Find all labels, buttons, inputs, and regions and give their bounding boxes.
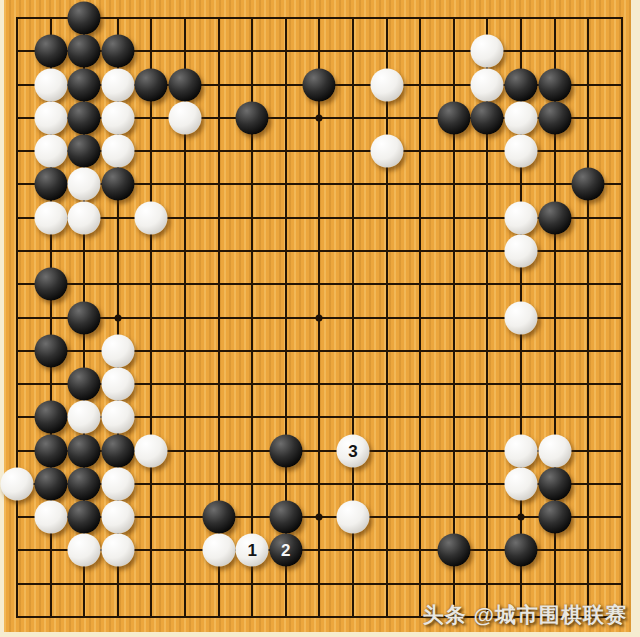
black-stone[interactable]	[34, 334, 67, 367]
grid-line-vertical	[419, 17, 421, 618]
black-stone[interactable]	[471, 101, 504, 134]
white-stone[interactable]	[101, 401, 134, 434]
black-stone[interactable]	[101, 434, 134, 467]
white-stone[interactable]	[101, 101, 134, 134]
black-stone[interactable]	[538, 201, 571, 234]
black-stone[interactable]	[68, 2, 101, 35]
black-stone[interactable]	[572, 168, 605, 201]
star-point	[316, 314, 323, 321]
black-stone[interactable]	[269, 434, 302, 467]
black-stone[interactable]	[68, 434, 101, 467]
white-stone[interactable]	[34, 201, 67, 234]
white-stone[interactable]	[505, 301, 538, 334]
black-stone[interactable]	[34, 35, 67, 68]
black-stone[interactable]	[169, 68, 202, 101]
black-stone[interactable]	[101, 35, 134, 68]
white-stone[interactable]	[101, 135, 134, 168]
grid-line-vertical	[587, 17, 589, 618]
black-stone[interactable]	[538, 101, 571, 134]
black-stone[interactable]	[68, 68, 101, 101]
white-stone[interactable]	[169, 101, 202, 134]
move-number-label: 1	[247, 542, 256, 559]
black-stone[interactable]	[202, 501, 235, 534]
black-stone[interactable]	[505, 534, 538, 567]
grid-line-vertical	[386, 17, 388, 618]
black-stone-move-2[interactable]: 2	[269, 534, 302, 567]
white-stone[interactable]	[505, 101, 538, 134]
black-stone[interactable]	[437, 534, 470, 567]
white-stone[interactable]	[135, 434, 168, 467]
white-stone[interactable]	[505, 467, 538, 500]
grid-line-vertical	[621, 17, 623, 618]
white-stone[interactable]	[101, 501, 134, 534]
star-point	[316, 114, 323, 121]
white-stone[interactable]	[538, 434, 571, 467]
white-stone[interactable]	[34, 135, 67, 168]
white-stone[interactable]	[471, 35, 504, 68]
black-stone[interactable]	[68, 135, 101, 168]
white-stone[interactable]	[471, 68, 504, 101]
white-stone[interactable]	[505, 201, 538, 234]
black-stone[interactable]	[538, 501, 571, 534]
move-number-label: 2	[281, 542, 290, 559]
watermark: 头条 @城市围棋联赛	[423, 601, 627, 629]
white-stone[interactable]	[34, 101, 67, 134]
black-stone[interactable]	[68, 35, 101, 68]
black-stone[interactable]	[34, 434, 67, 467]
black-stone[interactable]	[34, 168, 67, 201]
black-stone[interactable]	[437, 101, 470, 134]
black-stone[interactable]	[101, 168, 134, 201]
go-board[interactable]: 312	[4, 0, 631, 632]
white-stone[interactable]	[505, 234, 538, 267]
black-stone[interactable]	[68, 101, 101, 134]
white-stone[interactable]	[101, 467, 134, 500]
black-stone[interactable]	[68, 368, 101, 401]
white-stone[interactable]	[1, 467, 34, 500]
white-stone[interactable]	[505, 434, 538, 467]
white-stone-move-3[interactable]: 3	[337, 434, 370, 467]
white-stone[interactable]	[370, 135, 403, 168]
black-stone[interactable]	[135, 68, 168, 101]
black-stone[interactable]	[68, 467, 101, 500]
black-stone[interactable]	[68, 301, 101, 334]
go-diagram-page: { "game": "go", "board": { "size": 19, "…	[0, 0, 640, 637]
black-stone[interactable]	[68, 501, 101, 534]
white-stone[interactable]	[101, 368, 134, 401]
black-stone[interactable]	[269, 501, 302, 534]
star-point	[114, 314, 121, 321]
black-stone[interactable]	[236, 101, 269, 134]
move-number-label: 3	[348, 442, 357, 459]
white-stone[interactable]	[68, 401, 101, 434]
black-stone[interactable]	[34, 401, 67, 434]
black-stone[interactable]	[303, 68, 336, 101]
white-stone[interactable]	[101, 534, 134, 567]
white-stone[interactable]	[68, 168, 101, 201]
white-stone[interactable]	[370, 68, 403, 101]
white-stone[interactable]	[101, 68, 134, 101]
black-stone[interactable]	[538, 467, 571, 500]
black-stone[interactable]	[538, 68, 571, 101]
white-stone[interactable]	[68, 534, 101, 567]
star-point	[518, 514, 525, 521]
white-stone[interactable]	[337, 501, 370, 534]
grid-line-horizontal	[16, 583, 623, 585]
black-stone[interactable]	[34, 268, 67, 301]
black-stone[interactable]	[505, 68, 538, 101]
white-stone[interactable]	[34, 501, 67, 534]
white-stone[interactable]	[34, 68, 67, 101]
black-stone[interactable]	[34, 467, 67, 500]
star-point	[316, 514, 323, 521]
white-stone[interactable]	[135, 201, 168, 234]
white-stone[interactable]	[101, 334, 134, 367]
white-stone[interactable]	[202, 534, 235, 567]
white-stone-move-1[interactable]: 1	[236, 534, 269, 567]
white-stone[interactable]	[505, 135, 538, 168]
white-stone[interactable]	[68, 201, 101, 234]
